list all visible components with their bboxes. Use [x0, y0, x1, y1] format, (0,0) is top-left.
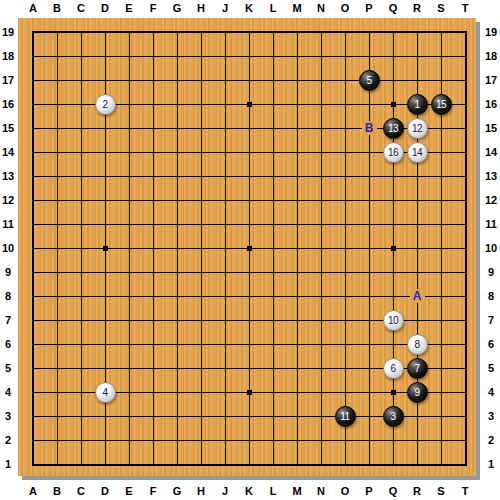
coord-top-O: O: [336, 0, 354, 16]
coord-left-12: 12: [0, 192, 17, 208]
coord-bottom-L: L: [264, 483, 282, 499]
coord-top-T: T: [456, 0, 474, 16]
coord-left-4: 4: [0, 384, 17, 400]
coord-top-B: B: [48, 0, 66, 16]
stone-white-R6[interactable]: 8: [407, 334, 428, 355]
coord-top-A: A: [24, 0, 42, 16]
coord-left-17: 17: [0, 72, 17, 88]
coord-left-19: 19: [0, 24, 17, 40]
stone-black-P17[interactable]: 5: [359, 70, 380, 91]
coord-top-L: L: [264, 0, 282, 16]
stone-white-Q14[interactable]: 16: [383, 142, 404, 163]
coord-top-D: D: [96, 0, 114, 16]
coord-bottom-Q: Q: [384, 483, 402, 499]
coord-right-11: 11: [482, 216, 500, 232]
stone-black-S16[interactable]: 15: [431, 94, 452, 115]
coord-bottom-H: H: [192, 483, 210, 499]
stone-black-Q3[interactable]: 3: [383, 406, 404, 427]
coord-bottom-S: S: [432, 483, 450, 499]
coord-right-5: 5: [482, 360, 500, 376]
coord-left-3: 3: [0, 408, 17, 424]
coord-right-10: 10: [482, 240, 500, 256]
coord-left-1: 1: [0, 456, 17, 472]
coord-bottom-R: R: [408, 483, 426, 499]
coord-right-19: 19: [482, 24, 500, 40]
coord-left-9: 9: [0, 264, 17, 280]
stone-black-R16[interactable]: 1: [407, 94, 428, 115]
coord-left-15: 15: [0, 120, 17, 136]
stone-white-D4[interactable]: 4: [95, 382, 116, 403]
coord-right-6: 6: [482, 336, 500, 352]
stone-white-Q5[interactable]: 6: [383, 358, 404, 379]
coord-left-11: 11: [0, 216, 17, 232]
coord-left-8: 8: [0, 288, 17, 304]
marker-A-R8[interactable]: A: [410, 289, 425, 303]
marker-B-P15[interactable]: B: [362, 121, 377, 135]
stone-white-R15[interactable]: 12: [407, 118, 428, 139]
stone-black-R5[interactable]: 7: [407, 358, 428, 379]
coord-top-N: N: [312, 0, 330, 16]
coord-right-18: 18: [482, 48, 500, 64]
go-diagram-page: ABCDEFGHJKLMNOPQRST ABCDEFGHJKLMNOPQRST …: [0, 0, 500, 500]
coord-bottom-G: G: [168, 483, 186, 499]
coord-bottom-E: E: [120, 483, 138, 499]
coord-bottom-A: A: [24, 483, 42, 499]
coord-left-16: 16: [0, 96, 17, 112]
coord-top-R: R: [408, 0, 426, 16]
coord-top-P: P: [360, 0, 378, 16]
coord-bottom-M: M: [288, 483, 306, 499]
coord-bottom-N: N: [312, 483, 330, 499]
coord-left-13: 13: [0, 168, 17, 184]
coord-bottom-D: D: [96, 483, 114, 499]
coord-bottom-F: F: [144, 483, 162, 499]
coord-right-15: 15: [482, 120, 500, 136]
coord-right-8: 8: [482, 288, 500, 304]
go-board[interactable]: 12345678910111213141516AB: [18, 18, 476, 476]
stone-white-Q7[interactable]: 10: [383, 310, 404, 331]
coord-left-5: 5: [0, 360, 17, 376]
coord-left-10: 10: [0, 240, 17, 256]
coord-right-14: 14: [482, 144, 500, 160]
coord-bottom-K: K: [240, 483, 258, 499]
coord-top-C: C: [72, 0, 90, 16]
coord-bottom-O: O: [336, 483, 354, 499]
coord-top-Q: Q: [384, 0, 402, 16]
coord-right-3: 3: [482, 408, 500, 424]
coord-top-S: S: [432, 0, 450, 16]
coord-left-14: 14: [0, 144, 17, 160]
coord-top-F: F: [144, 0, 162, 16]
coord-top-K: K: [240, 0, 258, 16]
coord-bottom-C: C: [72, 483, 90, 499]
coord-left-7: 7: [0, 312, 17, 328]
coord-right-16: 16: [482, 96, 500, 112]
coord-left-6: 6: [0, 336, 17, 352]
coord-top-H: H: [192, 0, 210, 16]
coord-bottom-J: J: [216, 483, 234, 499]
coord-bottom-T: T: [456, 483, 474, 499]
stone-white-R14[interactable]: 14: [407, 142, 428, 163]
coord-bottom-B: B: [48, 483, 66, 499]
coord-right-4: 4: [482, 384, 500, 400]
coord-top-G: G: [168, 0, 186, 16]
coord-right-13: 13: [482, 168, 500, 184]
board-stones-grid: 12345678910111213141516AB: [21, 20, 477, 476]
stone-black-O3[interactable]: 11: [335, 406, 356, 427]
coord-right-1: 1: [482, 456, 500, 472]
coord-right-9: 9: [482, 264, 500, 280]
coord-left-2: 2: [0, 432, 17, 448]
coord-top-J: J: [216, 0, 234, 16]
stone-white-D16[interactable]: 2: [95, 94, 116, 115]
coord-right-7: 7: [482, 312, 500, 328]
stone-black-Q15[interactable]: 13: [383, 118, 404, 139]
coord-right-12: 12: [482, 192, 500, 208]
stone-black-R4[interactable]: 9: [407, 382, 428, 403]
coord-right-2: 2: [482, 432, 500, 448]
coord-left-18: 18: [0, 48, 17, 64]
coord-bottom-P: P: [360, 483, 378, 499]
coord-top-E: E: [120, 0, 138, 16]
coord-right-17: 17: [482, 72, 500, 88]
coord-top-M: M: [288, 0, 306, 16]
